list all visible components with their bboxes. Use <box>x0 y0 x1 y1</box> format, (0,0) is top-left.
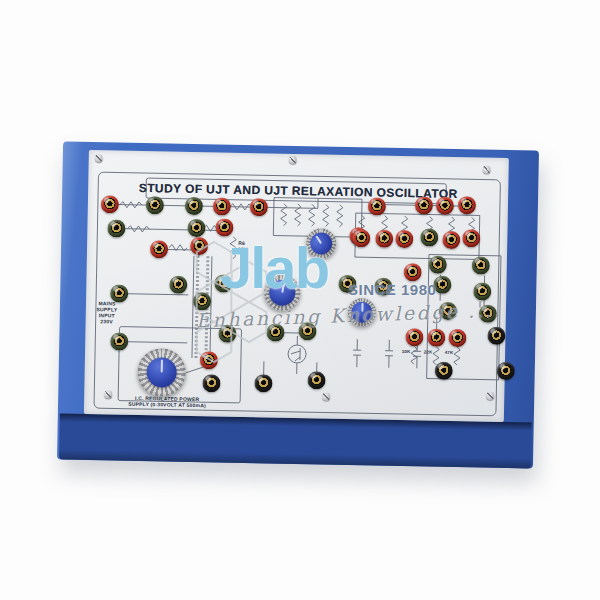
terminal-red[interactable] <box>442 231 460 249</box>
knob-pointer <box>361 303 363 312</box>
terminal-green[interactable] <box>472 256 490 274</box>
trainer-box: STUDY OF UJT AND UJT RELAXATION OSCILLAT… <box>57 141 539 468</box>
terminal-red[interactable] <box>213 197 231 215</box>
panel-screw <box>483 166 491 174</box>
terminal-red[interactable] <box>250 198 268 216</box>
panel-label: MAINS SUPPLY INPUT 230V <box>90 300 124 325</box>
terminal-red[interactable] <box>190 237 208 255</box>
terminal-red[interactable] <box>352 229 370 247</box>
panel-label: 47K <box>442 350 456 356</box>
terminal-green[interactable] <box>266 323 284 341</box>
panel-label: 10K <box>399 349 413 355</box>
terminal-red[interactable] <box>462 229 480 247</box>
product-photo: STUDY OF UJT AND UJT RELAXATION OSCILLAT… <box>0 0 600 600</box>
terminal-green[interactable] <box>433 276 451 294</box>
terminal-red[interactable] <box>415 196 433 214</box>
terminal-green[interactable] <box>218 324 236 342</box>
terminal-black[interactable] <box>307 371 325 389</box>
terminal-red[interactable] <box>368 197 386 215</box>
terminal-red[interactable] <box>101 195 119 213</box>
knob-pointer <box>315 235 322 244</box>
terminal-green[interactable] <box>214 274 232 292</box>
terminal-red[interactable] <box>395 230 413 248</box>
terminal-black[interactable] <box>497 362 515 380</box>
device-layers: MAINS SUPPLY INPUT 230VI.C. REGULATED PO… <box>57 141 539 468</box>
panel-screw <box>486 392 494 400</box>
terminal-green[interactable] <box>420 228 438 246</box>
control-knob[interactable] <box>264 274 301 311</box>
terminal-black[interactable] <box>435 362 453 380</box>
knob-pointer <box>161 359 163 372</box>
terminal-red[interactable] <box>405 328 423 346</box>
panel-label: R6 15K <box>238 240 254 252</box>
terminal-green[interactable] <box>185 197 203 215</box>
knob-cap <box>267 277 298 308</box>
terminal-red[interactable] <box>375 229 393 247</box>
terminal-green[interactable] <box>429 256 447 274</box>
control-knob[interactable] <box>348 298 377 327</box>
terminal-green[interactable] <box>193 292 211 310</box>
terminal-red[interactable] <box>448 329 466 347</box>
terminal-green[interactable] <box>338 275 356 293</box>
terminal-red[interactable] <box>458 196 476 214</box>
control-knob[interactable] <box>306 228 337 259</box>
terminal-black[interactable] <box>487 327 505 345</box>
panel-label: I.C. REGULATED POWER SUPPLY (0-30VOLT AT… <box>104 394 230 408</box>
terminal-red[interactable] <box>200 351 218 369</box>
terminal-green[interactable] <box>169 276 187 294</box>
terminal-green[interactable] <box>298 322 316 340</box>
terminal-red[interactable] <box>403 263 421 281</box>
knob-cap <box>146 357 177 388</box>
terminal-green[interactable] <box>374 277 392 295</box>
terminal-green[interactable] <box>479 304 497 322</box>
terminal-red[interactable] <box>150 240 168 258</box>
panel-screw <box>95 154 103 162</box>
terminal-green[interactable] <box>439 302 457 320</box>
panel-screw <box>289 156 297 164</box>
terminal-red[interactable] <box>427 328 445 346</box>
terminal-green[interactable] <box>187 219 205 237</box>
terminal-black[interactable] <box>202 374 220 392</box>
terminal-green[interactable] <box>110 332 128 350</box>
terminal-red[interactable] <box>436 197 454 215</box>
panel-screw <box>322 392 330 400</box>
panel-label: 22K <box>421 349 435 355</box>
terminal-green[interactable] <box>473 282 491 300</box>
control-knob[interactable] <box>137 348 186 397</box>
terminal-black[interactable] <box>254 374 272 392</box>
terminal-green[interactable] <box>146 196 164 214</box>
terminal-green[interactable] <box>107 219 125 237</box>
knob-cap <box>306 228 337 259</box>
knob-cap <box>351 302 372 323</box>
knob-pointer <box>281 282 285 293</box>
terminal-red[interactable] <box>215 218 233 236</box>
